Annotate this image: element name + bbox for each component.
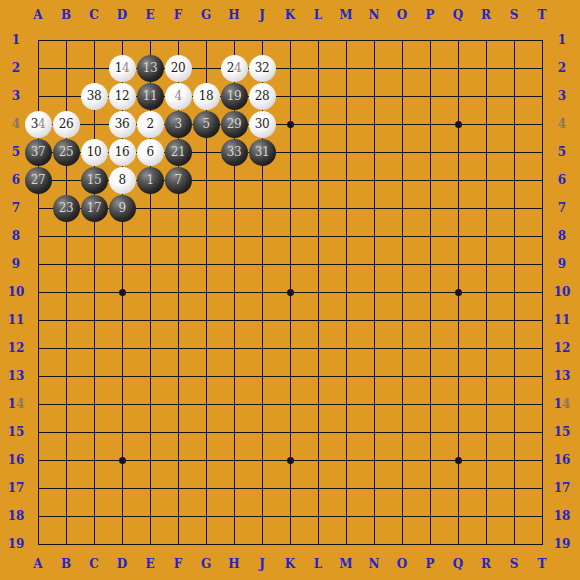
label-char: 4 [16, 397, 24, 411]
column-label-bottom-D: D [117, 558, 127, 570]
column-label-top-B: B [61, 9, 71, 21]
stone-move-number: 29 [227, 118, 241, 130]
label-char: H [228, 557, 239, 571]
row-label-right-4: 4 [558, 118, 566, 130]
row-label-right-14: 14 [554, 398, 571, 410]
column-label-top-Q: Q [453, 9, 463, 21]
label-char: 1 [262, 145, 269, 159]
label-char: 4 [12, 117, 20, 131]
row-label-right-16: 16 [554, 454, 571, 466]
label-char: 8 [262, 89, 269, 103]
column-label-top-G: G [201, 9, 211, 21]
label-char: 8 [118, 173, 125, 187]
label-char: G [201, 557, 211, 571]
label-char: 2 [59, 201, 66, 215]
stone-move-number: 8 [118, 174, 125, 186]
stone-move-number: 31 [255, 146, 269, 158]
row-label-right-5: 5 [558, 146, 566, 158]
label-char: 2 [59, 145, 66, 159]
stone-move-number: 32 [255, 62, 269, 74]
grid-line-vertical [486, 40, 487, 545]
stone-move-number: 7 [174, 174, 181, 186]
stone-move-number: 27 [31, 174, 45, 186]
stone-white-move-32[interactable]: 32 [249, 55, 276, 82]
row-label-left-15: 15 [8, 426, 25, 438]
label-char: P [425, 8, 434, 22]
stone-black-move-23[interactable]: 23 [53, 195, 80, 222]
column-label-top-A: A [33, 9, 42, 21]
row-label-left-16: 16 [8, 454, 25, 466]
grid-line-vertical [542, 40, 543, 545]
stone-white-move-4[interactable]: 4 [165, 83, 192, 110]
label-char: 1 [115, 89, 122, 103]
row-label-left-11: 11 [8, 314, 25, 326]
label-char: 7 [12, 201, 20, 215]
column-label-bottom-Q: Q [453, 558, 463, 570]
stone-move-number: 21 [171, 146, 185, 158]
column-label-top-H: H [228, 9, 239, 21]
label-char: 3 [234, 145, 241, 159]
grid-line-horizontal [38, 516, 543, 517]
label-char: O [397, 557, 407, 571]
label-char: 2 [122, 89, 129, 103]
row-label-left-6: 6 [12, 174, 20, 186]
label-char: 9 [16, 537, 24, 551]
stone-move-number: 30 [255, 118, 269, 130]
label-char: 4 [122, 61, 129, 75]
row-label-left-10: 10 [8, 286, 25, 298]
column-label-top-T: T [538, 9, 547, 21]
row-label-left-13: 13 [8, 370, 25, 382]
stone-black-move-13[interactable]: 13 [137, 55, 164, 82]
label-char: O [397, 8, 407, 22]
label-char: 7 [94, 201, 101, 215]
label-char: K [285, 8, 295, 22]
label-char: 7 [16, 481, 24, 495]
label-char: 8 [558, 229, 566, 243]
label-char: 1 [143, 89, 150, 103]
stone-black-move-31[interactable]: 31 [249, 139, 276, 166]
label-char: 2 [255, 89, 262, 103]
label-char: 1 [227, 89, 234, 103]
column-label-top-O: O [397, 9, 407, 21]
label-char: 7 [38, 145, 45, 159]
label-char: 6 [66, 117, 73, 131]
label-char: 8 [562, 509, 570, 523]
label-char: 2 [12, 61, 20, 75]
stone-move-number: 19 [227, 90, 241, 102]
label-char: 1 [12, 33, 20, 47]
stone-black-move-37[interactable]: 37 [25, 139, 52, 166]
label-char: 1 [87, 145, 94, 159]
label-char: 3 [255, 117, 262, 131]
row-label-right-13: 13 [554, 370, 571, 382]
row-label-left-8: 8 [12, 230, 20, 242]
stone-white-move-2[interactable]: 2 [137, 111, 164, 138]
column-label-top-F: F [174, 9, 183, 21]
stone-move-number: 26 [59, 118, 73, 130]
label-char: 3 [227, 145, 234, 159]
label-char: 2 [558, 61, 566, 75]
label-char: C [89, 557, 99, 571]
stone-black-move-15[interactable]: 15 [81, 167, 108, 194]
label-char: L [314, 8, 322, 22]
stone-white-move-28[interactable]: 28 [249, 83, 276, 110]
label-char: 2 [227, 61, 234, 75]
column-label-top-L: L [314, 9, 322, 21]
stone-black-move-11[interactable]: 11 [137, 83, 164, 110]
label-char: 5 [562, 425, 570, 439]
stone-black-move-7[interactable]: 7 [165, 167, 192, 194]
label-char: 4 [234, 61, 241, 75]
label-char: S [510, 8, 519, 22]
stone-white-move-20[interactable]: 20 [165, 55, 192, 82]
label-char: 0 [262, 117, 269, 131]
stone-white-move-8[interactable]: 8 [109, 167, 136, 194]
column-label-top-N: N [369, 9, 380, 21]
stone-white-move-18[interactable]: 18 [193, 83, 220, 110]
label-char: 8 [16, 509, 24, 523]
label-char: 6 [146, 145, 153, 159]
label-char: 3 [31, 145, 38, 159]
grid-line-vertical [402, 40, 403, 545]
row-label-left-1: 1 [12, 34, 20, 46]
stone-white-move-30[interactable]: 30 [249, 111, 276, 138]
stone-move-number: 9 [118, 202, 125, 214]
column-label-bottom-O: O [397, 558, 407, 570]
column-label-bottom-T: T [538, 558, 547, 570]
stone-black-move-17[interactable]: 17 [81, 195, 108, 222]
stone-black-move-3[interactable]: 3 [165, 111, 192, 138]
label-char: 3 [558, 89, 566, 103]
column-label-top-M: M [339, 9, 352, 21]
label-char: 3 [562, 369, 570, 383]
stone-move-number: 24 [227, 62, 241, 74]
column-label-bottom-R: R [481, 558, 491, 570]
label-char: C [89, 8, 99, 22]
label-char: 7 [174, 173, 181, 187]
row-label-right-9: 9 [558, 258, 566, 270]
column-label-top-E: E [145, 9, 154, 21]
stone-move-number: 1 [146, 174, 153, 186]
stone-move-number: 11 [143, 90, 157, 102]
label-char: M [339, 557, 352, 571]
row-label-left-18: 18 [8, 510, 25, 522]
label-char: 3 [87, 89, 94, 103]
label-char: 5 [558, 145, 566, 159]
label-char: 3 [115, 117, 122, 131]
column-label-top-P: P [425, 9, 434, 21]
label-char: 1 [87, 201, 94, 215]
stone-move-number: 37 [31, 146, 45, 158]
stone-black-move-1[interactable]: 1 [137, 167, 164, 194]
stone-white-move-38[interactable]: 38 [81, 83, 108, 110]
label-char: 2 [171, 145, 178, 159]
grid-line-horizontal [38, 544, 543, 545]
label-char: 5 [94, 173, 101, 187]
label-char: 2 [31, 173, 38, 187]
stone-move-number: 15 [87, 174, 101, 186]
label-char: 3 [150, 61, 157, 75]
stone-move-number: 28 [255, 90, 269, 102]
label-char: 0 [16, 285, 24, 299]
stone-black-move-5[interactable]: 5 [193, 111, 220, 138]
label-char: 8 [12, 229, 20, 243]
stone-black-move-9[interactable]: 9 [109, 195, 136, 222]
label-char: 3 [31, 117, 38, 131]
label-char: 5 [66, 145, 73, 159]
stone-white-move-36[interactable]: 36 [109, 111, 136, 138]
stone-move-number: 20 [171, 62, 185, 74]
row-label-right-19: 19 [554, 538, 571, 550]
grid-line-horizontal [38, 376, 543, 377]
label-char: G [201, 8, 211, 22]
row-label-right-10: 10 [554, 286, 571, 298]
star-point-K10 [287, 289, 294, 296]
row-label-left-4: 4 [12, 118, 20, 130]
column-label-bottom-H: H [228, 558, 239, 570]
label-char: 6 [12, 173, 20, 187]
stone-move-number: 34 [31, 118, 45, 130]
label-char: F [174, 8, 183, 22]
label-char: 0 [562, 285, 570, 299]
row-label-left-5: 5 [12, 146, 20, 158]
row-label-left-7: 7 [12, 202, 20, 214]
stone-white-move-24[interactable]: 24 [221, 55, 248, 82]
label-char: 3 [16, 369, 24, 383]
label-char: 4 [174, 89, 181, 103]
column-label-bottom-P: P [425, 558, 434, 570]
label-char: 6 [562, 453, 570, 467]
stone-black-move-29[interactable]: 29 [221, 111, 248, 138]
label-char: 1 [146, 173, 153, 187]
grid-line-horizontal [38, 404, 543, 405]
column-label-bottom-A: A [33, 558, 42, 570]
label-char: A [33, 8, 42, 22]
label-char: 2 [146, 117, 153, 131]
label-char: 1 [199, 89, 206, 103]
label-char: 1 [143, 61, 150, 75]
label-char: 2 [227, 117, 234, 131]
label-char: 9 [234, 89, 241, 103]
stone-black-move-21[interactable]: 21 [165, 139, 192, 166]
label-char: 3 [255, 61, 262, 75]
label-char: H [228, 8, 239, 22]
label-char: 7 [38, 173, 45, 187]
stone-white-move-6[interactable]: 6 [137, 139, 164, 166]
grid-line-horizontal [38, 432, 543, 433]
label-char: 2 [171, 61, 178, 75]
column-label-top-K: K [285, 9, 295, 21]
grid-line-vertical [430, 40, 431, 545]
grid-line-vertical [374, 40, 375, 545]
label-char: 5 [12, 145, 20, 159]
stone-move-number: 4 [174, 90, 181, 102]
stone-black-move-33[interactable]: 33 [221, 139, 248, 166]
stone-white-move-14[interactable]: 14 [109, 55, 136, 82]
column-label-bottom-J: J [259, 558, 265, 570]
label-char: 7 [562, 481, 570, 495]
label-char: 8 [94, 89, 101, 103]
stone-move-number: 33 [227, 146, 241, 158]
star-point-K4 [287, 121, 294, 128]
row-label-right-17: 17 [554, 482, 571, 494]
label-char: 4 [38, 117, 45, 131]
row-label-right-3: 3 [558, 90, 566, 102]
grid-line-vertical [346, 40, 347, 545]
row-label-left-12: 12 [8, 342, 25, 354]
stone-move-number: 17 [87, 202, 101, 214]
label-char: B [61, 557, 71, 571]
label-char: R [481, 557, 491, 571]
column-label-bottom-B: B [61, 558, 71, 570]
label-char: 1 [150, 89, 157, 103]
label-char: Q [453, 557, 463, 571]
stone-move-number: 5 [202, 118, 209, 130]
row-label-left-17: 17 [8, 482, 25, 494]
label-char: F [174, 557, 183, 571]
stone-move-number: 14 [115, 62, 129, 74]
stone-move-number: 36 [115, 118, 129, 130]
column-label-bottom-S: S [510, 558, 519, 570]
label-char: R [481, 8, 491, 22]
label-char: D [117, 8, 127, 22]
label-char: 0 [94, 145, 101, 159]
star-point-Q16 [455, 457, 462, 464]
label-char: 6 [122, 145, 129, 159]
label-char: L [314, 557, 322, 571]
stone-move-number: 2 [146, 118, 153, 130]
label-char: 1 [115, 61, 122, 75]
label-char: M [339, 8, 352, 22]
goban[interactable]: AABBCCDDEEFFGGHHJJKKLLMMNNOOPPQQRRSSTT11… [0, 0, 580, 580]
stone-black-move-25[interactable]: 25 [53, 139, 80, 166]
stone-white-move-34[interactable]: 34 [25, 111, 52, 138]
label-char: 9 [12, 257, 20, 271]
label-char: 1 [16, 313, 24, 327]
label-char: D [117, 557, 127, 571]
stone-white-move-16[interactable]: 16 [109, 139, 136, 166]
grid-line-horizontal [38, 348, 543, 349]
row-label-left-14: 14 [8, 398, 25, 410]
stone-move-number: 16 [115, 146, 129, 158]
label-char: 8 [206, 89, 213, 103]
stone-move-number: 38 [87, 90, 101, 102]
column-label-bottom-E: E [145, 558, 154, 570]
row-label-right-2: 2 [558, 62, 566, 74]
column-label-bottom-N: N [369, 558, 380, 570]
row-label-right-6: 6 [558, 174, 566, 186]
label-char: 2 [562, 341, 570, 355]
column-label-top-D: D [117, 9, 127, 21]
stone-white-move-10[interactable]: 10 [81, 139, 108, 166]
label-char: 6 [558, 173, 566, 187]
label-char: 1 [562, 313, 570, 327]
stone-white-move-26[interactable]: 26 [53, 111, 80, 138]
star-point-K16 [287, 457, 294, 464]
row-label-left-9: 9 [12, 258, 20, 270]
stone-white-move-12[interactable]: 12 [109, 83, 136, 110]
stone-black-move-27[interactable]: 27 [25, 167, 52, 194]
label-char: E [145, 557, 154, 571]
stone-move-number: 3 [174, 118, 181, 130]
column-label-top-C: C [89, 9, 99, 21]
grid-line-horizontal [38, 320, 543, 321]
label-char: 0 [178, 61, 185, 75]
label-char: 9 [562, 537, 570, 551]
star-point-Q4 [455, 121, 462, 128]
label-char: 5 [16, 425, 24, 439]
grid-line-vertical [318, 40, 319, 545]
label-char: 1 [558, 33, 566, 47]
row-label-right-1: 1 [558, 34, 566, 46]
stone-move-number: 13 [143, 62, 157, 74]
label-char: J [259, 557, 265, 571]
column-label-bottom-F: F [174, 558, 183, 570]
label-char: Q [453, 8, 463, 22]
label-char: T [538, 8, 547, 22]
column-label-bottom-M: M [339, 558, 352, 570]
label-char: 1 [178, 145, 185, 159]
label-char: A [33, 557, 42, 571]
column-label-bottom-L: L [314, 558, 322, 570]
row-label-right-18: 18 [554, 510, 571, 522]
label-char: 9 [234, 117, 241, 131]
grid-line-horizontal [38, 488, 543, 489]
label-char: 2 [59, 117, 66, 131]
stone-move-number: 6 [146, 146, 153, 158]
column-label-bottom-C: C [89, 558, 99, 570]
label-char: T [538, 557, 547, 571]
stone-move-number: 23 [59, 202, 73, 214]
star-point-Q10 [455, 289, 462, 296]
stone-move-number: 25 [59, 146, 73, 158]
label-char: J [259, 8, 265, 22]
label-char: 4 [558, 117, 566, 131]
row-label-left-3: 3 [12, 90, 20, 102]
stone-move-number: 18 [199, 90, 213, 102]
column-label-top-R: R [481, 9, 491, 21]
column-label-bottom-K: K [285, 558, 295, 570]
label-char: K [285, 557, 295, 571]
stone-black-move-19[interactable]: 19 [221, 83, 248, 110]
label-char: 5 [202, 117, 209, 131]
label-char: 1 [87, 173, 94, 187]
row-label-left-2: 2 [12, 62, 20, 74]
label-char: 7 [558, 201, 566, 215]
label-char: 6 [16, 453, 24, 467]
label-char: 3 [255, 145, 262, 159]
grid-line-vertical [514, 40, 515, 545]
label-char: 4 [562, 397, 570, 411]
label-char: 9 [558, 257, 566, 271]
row-label-right-15: 15 [554, 426, 571, 438]
label-char: 1 [115, 145, 122, 159]
label-char: 2 [16, 341, 24, 355]
column-label-top-J: J [259, 9, 265, 21]
star-point-D10 [119, 289, 126, 296]
row-label-right-8: 8 [558, 230, 566, 242]
label-char: 6 [122, 117, 129, 131]
row-label-right-11: 11 [554, 314, 571, 326]
label-char: 3 [66, 201, 73, 215]
stone-move-number: 12 [115, 90, 129, 102]
label-char: P [425, 557, 434, 571]
stone-move-number: 10 [87, 146, 101, 158]
label-char: 2 [262, 61, 269, 75]
label-char: 3 [174, 117, 181, 131]
label-char: N [369, 557, 380, 571]
